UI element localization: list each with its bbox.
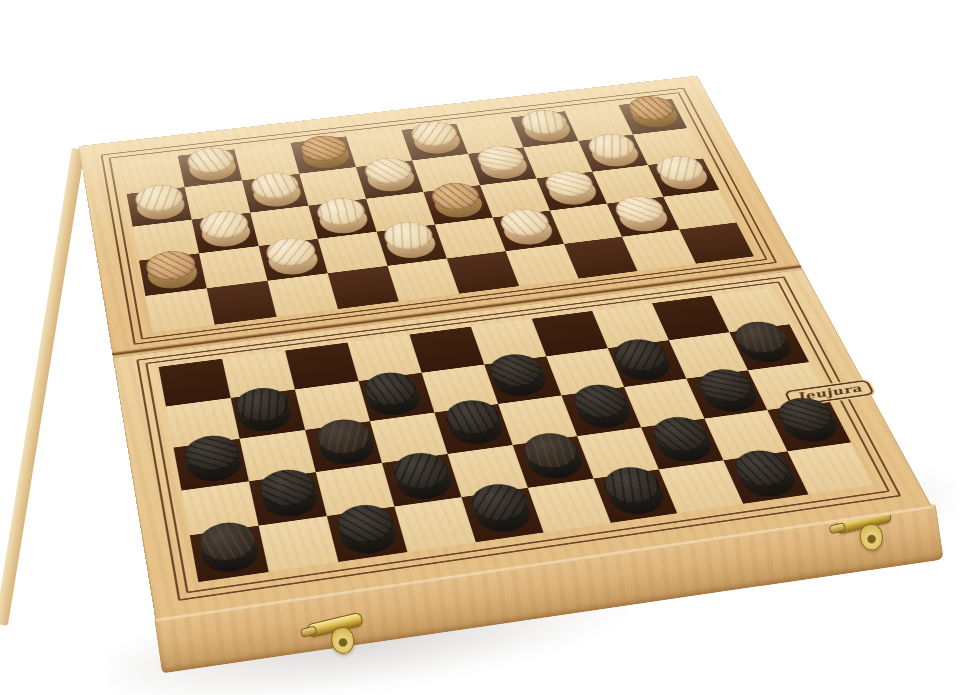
piece-black-man-r9c2[interactable] bbox=[258, 477, 321, 520]
piece-natural-man-r2c5[interactable] bbox=[364, 163, 418, 194]
piece-black-man-r8c3[interactable] bbox=[316, 426, 378, 467]
piece-black-man-r9c4[interactable] bbox=[392, 460, 456, 502]
piece-black-man-r7c2[interactable] bbox=[235, 395, 295, 435]
square-r10c2-light[interactable] bbox=[259, 516, 339, 572]
piece-natural-man-r3c6[interactable] bbox=[431, 188, 487, 220]
square-r5c3-light[interactable] bbox=[267, 273, 337, 317]
perspective-scene: Jeujura bbox=[0, 0, 960, 695]
piece-natural-man-r2c1[interactable] bbox=[135, 190, 187, 222]
piece-natural-man-r3c2[interactable] bbox=[199, 216, 253, 249]
piece-natural-man-r2c7[interactable] bbox=[476, 151, 531, 181]
piece-natural-man-r2c3[interactable] bbox=[250, 178, 303, 209]
square-r5c4-dark[interactable] bbox=[328, 266, 399, 309]
square-r5c1-light[interactable] bbox=[145, 288, 214, 332]
piece-natural-man-r1c2[interactable] bbox=[187, 153, 239, 184]
piece-black-man-r10c1[interactable] bbox=[198, 530, 262, 575]
square-r5c2-dark[interactable] bbox=[207, 281, 277, 325]
piece-black-man-r7c4[interactable] bbox=[363, 379, 424, 418]
piece-natural-man-r4c1[interactable] bbox=[145, 257, 200, 291]
piece-natural-man-r4c5[interactable] bbox=[383, 227, 440, 260]
piece-black-man-r8c1[interactable] bbox=[184, 443, 245, 485]
piece-black-man-r8c5[interactable] bbox=[445, 407, 508, 447]
piece-natural-man-r3c4[interactable] bbox=[316, 203, 371, 235]
product-photo-stage: Jeujura bbox=[0, 0, 960, 695]
piece-natural-man-r1c6[interactable] bbox=[410, 126, 464, 156]
piece-natural-man-r4c3[interactable] bbox=[265, 243, 321, 277]
piece-black-man-r10c3[interactable] bbox=[336, 512, 401, 557]
draughts-board: Jeujura bbox=[79, 76, 933, 623]
piece-natural-man-r1c4[interactable] bbox=[300, 141, 353, 171]
